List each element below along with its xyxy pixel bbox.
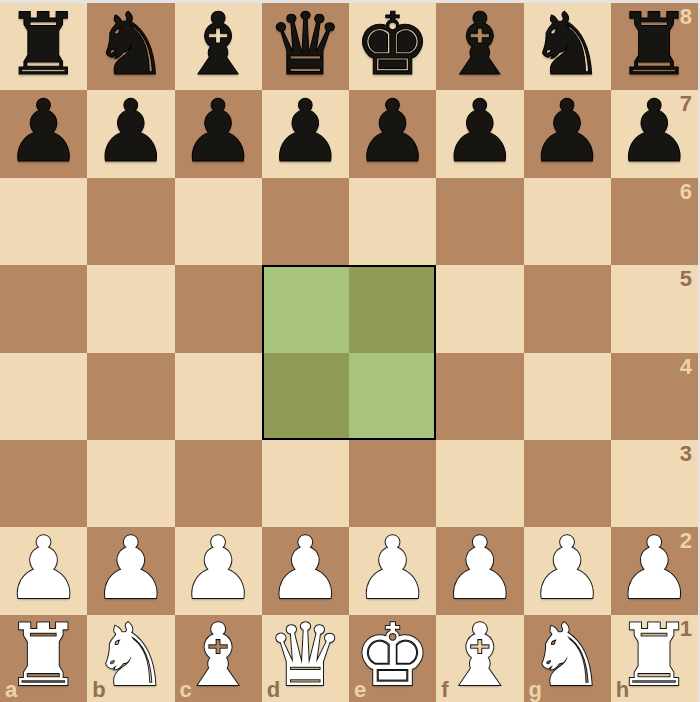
square-f3[interactable] [436, 440, 523, 527]
square-a1[interactable]: ♜a [0, 615, 87, 702]
square-a6[interactable] [0, 178, 87, 265]
square-g8[interactable]: ♞ [524, 3, 611, 90]
rank-label-8: 8 [680, 6, 692, 28]
square-e7[interactable]: ♟ [349, 90, 436, 177]
piece-black-pawn[interactable]: ♟ [5, 88, 82, 174]
square-g6[interactable] [524, 178, 611, 265]
square-g1[interactable]: ♞g [524, 615, 611, 702]
square-b8[interactable]: ♞ [87, 3, 174, 90]
square-h1[interactable]: ♜1h [611, 615, 698, 702]
piece-black-king[interactable]: ♚ [354, 1, 431, 87]
square-f5[interactable] [436, 265, 523, 352]
piece-white-pawn[interactable]: ♟ [529, 525, 606, 611]
piece-black-knight[interactable]: ♞ [92, 1, 169, 87]
square-a5[interactable] [0, 265, 87, 352]
square-e3[interactable] [349, 440, 436, 527]
piece-black-queen[interactable]: ♛ [267, 1, 344, 87]
square-d3[interactable] [262, 440, 349, 527]
square-h6[interactable]: 6 [611, 178, 698, 265]
square-c6[interactable] [175, 178, 262, 265]
square-c7[interactable]: ♟ [175, 90, 262, 177]
rank-label-7: 7 [680, 93, 692, 115]
square-g5[interactable] [524, 265, 611, 352]
square-e8[interactable]: ♚ [349, 3, 436, 90]
square-d4[interactable] [262, 353, 349, 440]
square-b5[interactable] [87, 265, 174, 352]
piece-black-pawn[interactable]: ♟ [180, 88, 257, 174]
piece-black-bishop[interactable]: ♝ [180, 1, 257, 87]
square-g4[interactable] [524, 353, 611, 440]
file-label-b: b [92, 679, 105, 701]
square-f8[interactable]: ♝ [436, 3, 523, 90]
rank-label-6: 6 [680, 181, 692, 203]
square-c1[interactable]: ♝c [175, 615, 262, 702]
square-e6[interactable] [349, 178, 436, 265]
square-d2[interactable]: ♟ [262, 527, 349, 614]
square-g2[interactable]: ♟ [524, 527, 611, 614]
file-label-d: d [267, 679, 280, 701]
piece-black-pawn[interactable]: ♟ [354, 88, 431, 174]
rank-label-1: 1 [680, 618, 692, 640]
piece-white-pawn[interactable]: ♟ [92, 525, 169, 611]
square-c8[interactable]: ♝ [175, 3, 262, 90]
square-b2[interactable]: ♟ [87, 527, 174, 614]
square-d1[interactable]: ♛d [262, 615, 349, 702]
square-h7[interactable]: ♟7 [611, 90, 698, 177]
piece-black-rook[interactable]: ♜ [5, 1, 82, 87]
square-b7[interactable]: ♟ [87, 90, 174, 177]
square-h2[interactable]: ♟2 [611, 527, 698, 614]
rank-label-4: 4 [680, 356, 692, 378]
piece-white-bishop[interactable]: ♝ [441, 612, 518, 698]
square-g3[interactable] [524, 440, 611, 527]
square-d8[interactable]: ♛ [262, 3, 349, 90]
page-background: ♜♞♝♛♚♝♞♜8♟♟♟♟♟♟♟♟76543♟♟♟♟♟♟♟♟2♜a♞b♝c♛d♚… [0, 0, 700, 702]
piece-white-pawn[interactable]: ♟ [267, 525, 344, 611]
square-a8[interactable]: ♜ [0, 3, 87, 90]
square-b1[interactable]: ♞b [87, 615, 174, 702]
square-a3[interactable] [0, 440, 87, 527]
square-c3[interactable] [175, 440, 262, 527]
square-d7[interactable]: ♟ [262, 90, 349, 177]
square-f7[interactable]: ♟ [436, 90, 523, 177]
file-label-a: a [5, 679, 17, 701]
chess-board: ♜♞♝♛♚♝♞♜8♟♟♟♟♟♟♟♟76543♟♟♟♟♟♟♟♟2♜a♞b♝c♛d♚… [0, 3, 698, 702]
square-e2[interactable]: ♟ [349, 527, 436, 614]
rank-label-3: 3 [680, 443, 692, 465]
square-h5[interactable]: 5 [611, 265, 698, 352]
square-a2[interactable]: ♟ [0, 527, 87, 614]
file-label-g: g [529, 679, 542, 701]
square-f4[interactable] [436, 353, 523, 440]
piece-black-pawn[interactable]: ♟ [267, 88, 344, 174]
piece-black-bishop[interactable]: ♝ [441, 1, 518, 87]
square-h8[interactable]: ♜8 [611, 3, 698, 90]
piece-black-pawn[interactable]: ♟ [92, 88, 169, 174]
square-e1[interactable]: ♚e [349, 615, 436, 702]
piece-white-pawn[interactable]: ♟ [5, 525, 82, 611]
piece-white-pawn[interactable]: ♟ [354, 525, 431, 611]
square-e5[interactable] [349, 265, 436, 352]
square-c5[interactable] [175, 265, 262, 352]
file-label-e: e [354, 679, 366, 701]
square-f6[interactable] [436, 178, 523, 265]
square-c4[interactable] [175, 353, 262, 440]
square-c2[interactable]: ♟ [175, 527, 262, 614]
rank-label-5: 5 [680, 268, 692, 290]
file-label-c: c [180, 679, 192, 701]
piece-black-pawn[interactable]: ♟ [529, 88, 606, 174]
square-b3[interactable] [87, 440, 174, 527]
square-b4[interactable] [87, 353, 174, 440]
rank-label-2: 2 [680, 530, 692, 552]
square-d6[interactable] [262, 178, 349, 265]
square-h3[interactable]: 3 [611, 440, 698, 527]
square-d5[interactable] [262, 265, 349, 352]
piece-white-pawn[interactable]: ♟ [441, 525, 518, 611]
square-e4[interactable] [349, 353, 436, 440]
file-label-h: h [616, 679, 629, 701]
square-g7[interactable]: ♟ [524, 90, 611, 177]
piece-black-knight[interactable]: ♞ [529, 1, 606, 87]
square-a7[interactable]: ♟ [0, 90, 87, 177]
file-label-f: f [441, 679, 448, 701]
square-f2[interactable]: ♟ [436, 527, 523, 614]
piece-white-pawn[interactable]: ♟ [180, 525, 257, 611]
square-a4[interactable] [0, 353, 87, 440]
piece-black-pawn[interactable]: ♟ [441, 88, 518, 174]
square-f1[interactable]: ♝f [436, 615, 523, 702]
square-h4[interactable]: 4 [611, 353, 698, 440]
square-b6[interactable] [87, 178, 174, 265]
